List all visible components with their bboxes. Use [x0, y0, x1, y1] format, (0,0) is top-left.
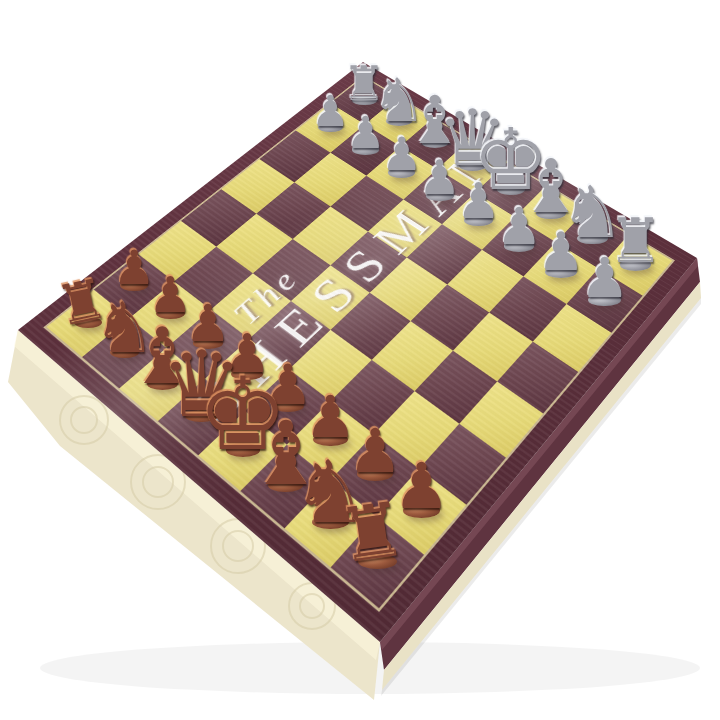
product-photo-stage: The CHESSMAN ♜♞♝♛♚♝♞♜♟♟♟♟♟♟♟♟♟♟♟♟♟♟♟♟♜♞♝… — [0, 0, 720, 720]
